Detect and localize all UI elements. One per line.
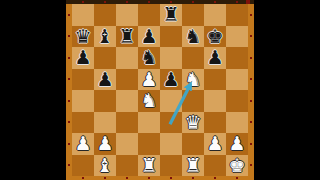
square-d2[interactable] <box>138 133 160 155</box>
frame-tick <box>126 177 128 179</box>
square-b4[interactable] <box>94 90 116 112</box>
frame-tick <box>68 57 70 59</box>
black-bishop: ♝ <box>94 26 116 48</box>
square-d7[interactable]: ♟ <box>138 26 160 48</box>
square-g7[interactable]: ♚ <box>204 26 226 48</box>
frame-tick <box>250 143 252 145</box>
square-c5[interactable] <box>116 69 138 91</box>
square-c7[interactable]: ♜ <box>116 26 138 48</box>
frame-tick <box>214 1 216 3</box>
frame-tick <box>236 1 238 3</box>
frame-tick <box>250 100 252 102</box>
square-h8[interactable] <box>226 4 248 26</box>
square-e1[interactable] <box>160 155 182 177</box>
frame-tick <box>126 1 128 3</box>
black-pawn: ♟ <box>94 69 116 91</box>
square-e3[interactable] <box>160 112 182 134</box>
frame-tick <box>68 35 70 37</box>
square-e8[interactable]: ♜ <box>160 4 182 26</box>
square-h1[interactable]: ♚ <box>226 155 248 177</box>
frame-tick <box>104 1 106 3</box>
black-knight: ♞ <box>182 26 204 48</box>
square-e2[interactable] <box>160 133 182 155</box>
frame-tick <box>104 177 106 179</box>
square-g6[interactable]: ♟ <box>204 47 226 69</box>
frame-tick <box>68 143 70 145</box>
frame-tick <box>214 177 216 179</box>
square-g1[interactable] <box>204 155 226 177</box>
square-b6[interactable] <box>94 47 116 69</box>
frame-tick <box>250 57 252 59</box>
white-pawn: ♟ <box>138 69 160 91</box>
white-pawn: ♟ <box>226 133 248 155</box>
square-g8[interactable] <box>204 4 226 26</box>
white-bishop: ♝ <box>94 155 116 177</box>
frame-tick <box>82 1 84 3</box>
square-c1[interactable] <box>116 155 138 177</box>
frame-tick <box>148 177 150 179</box>
square-a7[interactable]: ♛ <box>72 26 94 48</box>
square-a8[interactable] <box>72 4 94 26</box>
frame-tick <box>250 78 252 80</box>
square-h4[interactable] <box>226 90 248 112</box>
white-pawn: ♟ <box>72 133 94 155</box>
video-frame: { "game": "chess", "position": "4r3/qbrp… <box>0 0 320 180</box>
square-h2[interactable]: ♟ <box>226 133 248 155</box>
frame-tick <box>170 1 172 3</box>
frame-tick <box>68 121 70 123</box>
square-a6[interactable]: ♟ <box>72 47 94 69</box>
frame-tick <box>250 121 252 123</box>
square-a5[interactable] <box>72 69 94 91</box>
square-d5[interactable]: ♟ <box>138 69 160 91</box>
white-knight: ♞ <box>182 69 204 91</box>
frame-tick <box>250 35 252 37</box>
square-d8[interactable] <box>138 4 160 26</box>
square-f8[interactable] <box>182 4 204 26</box>
square-c8[interactable] <box>116 4 138 26</box>
frame-tick <box>192 1 194 3</box>
square-d1[interactable]: ♜ <box>138 155 160 177</box>
square-b3[interactable] <box>94 112 116 134</box>
white-pawn: ♟ <box>94 133 116 155</box>
square-g3[interactable] <box>204 112 226 134</box>
square-b8[interactable] <box>94 4 116 26</box>
square-f2[interactable] <box>182 133 204 155</box>
frame-tick <box>148 1 150 3</box>
square-c2[interactable] <box>116 133 138 155</box>
frame-corner-marker <box>246 0 250 4</box>
square-c4[interactable] <box>116 90 138 112</box>
square-e6[interactable] <box>160 47 182 69</box>
white-pawn: ♟ <box>204 133 226 155</box>
black-pawn: ♟ <box>72 47 94 69</box>
square-c6[interactable] <box>116 47 138 69</box>
black-pawn: ♟ <box>138 26 160 48</box>
square-f1[interactable]: ♜ <box>182 155 204 177</box>
frame-tick <box>250 164 252 166</box>
square-f3[interactable]: ♛ <box>182 112 204 134</box>
square-a3[interactable] <box>72 112 94 134</box>
square-f4[interactable] <box>182 90 204 112</box>
frame-tick <box>250 14 252 16</box>
square-g5[interactable] <box>204 69 226 91</box>
square-b5[interactable]: ♟ <box>94 69 116 91</box>
frame-tick <box>68 100 70 102</box>
white-knight: ♞ <box>138 90 160 112</box>
square-g4[interactable] <box>204 90 226 112</box>
square-g2[interactable]: ♟ <box>204 133 226 155</box>
frame-tick <box>236 177 238 179</box>
frame-tick <box>68 164 70 166</box>
frame-tick <box>68 14 70 16</box>
square-d6[interactable]: ♞ <box>138 47 160 69</box>
square-a1[interactable] <box>72 155 94 177</box>
white-rook: ♜ <box>182 155 204 177</box>
black-queen: ♛ <box>72 26 94 48</box>
square-f6[interactable] <box>182 47 204 69</box>
black-knight: ♞ <box>138 47 160 69</box>
black-pawn: ♟ <box>204 47 226 69</box>
frame-tick <box>170 177 172 179</box>
frame-tick <box>192 177 194 179</box>
square-a4[interactable] <box>72 90 94 112</box>
square-h5[interactable] <box>226 69 248 91</box>
board-grid: ♜♛♝♜♟♞♚♟♞♟♟♟♟♞♞♛♟♟♟♟♝♜♜♚ <box>72 4 248 176</box>
black-rook: ♜ <box>116 26 138 48</box>
black-king: ♚ <box>204 26 226 48</box>
square-c3[interactable] <box>116 112 138 134</box>
square-h7[interactable] <box>226 26 248 48</box>
square-h3[interactable] <box>226 112 248 134</box>
frame-tick <box>68 78 70 80</box>
square-e4[interactable] <box>160 90 182 112</box>
square-b1[interactable]: ♝ <box>94 155 116 177</box>
square-d3[interactable] <box>138 112 160 134</box>
square-e5[interactable]: ♟ <box>160 69 182 91</box>
square-a2[interactable]: ♟ <box>72 133 94 155</box>
square-b7[interactable]: ♝ <box>94 26 116 48</box>
frame-tick <box>82 177 84 179</box>
black-pawn: ♟ <box>160 69 182 91</box>
square-e7[interactable] <box>160 26 182 48</box>
white-queen: ♛ <box>182 112 204 134</box>
square-h6[interactable] <box>226 47 248 69</box>
white-king: ♚ <box>226 155 248 177</box>
white-rook: ♜ <box>138 155 160 177</box>
square-f5[interactable]: ♞ <box>182 69 204 91</box>
square-b2[interactable]: ♟ <box>94 133 116 155</box>
black-rook: ♜ <box>160 4 182 26</box>
square-f7[interactable]: ♞ <box>182 26 204 48</box>
square-d4[interactable]: ♞ <box>138 90 160 112</box>
chess-board[interactable]: ♜♛♝♜♟♞♚♟♞♟♟♟♟♞♞♛♟♟♟♟♝♜♜♚ <box>66 0 254 180</box>
